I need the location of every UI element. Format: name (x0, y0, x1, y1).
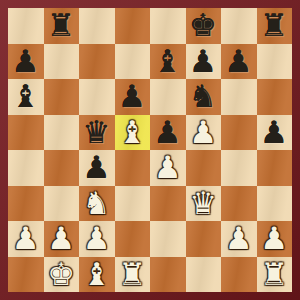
square-d5[interactable]: ♝ (115, 115, 151, 151)
square-a1[interactable] (8, 257, 44, 293)
white-bishop-piece[interactable]: ♝ (83, 257, 111, 293)
square-e1[interactable] (150, 257, 186, 293)
square-g5[interactable] (221, 115, 257, 151)
square-c5[interactable]: ♛ (79, 115, 115, 151)
white-pawn-piece[interactable]: ♟ (12, 221, 40, 257)
square-g2[interactable]: ♟ (221, 221, 257, 257)
black-knight-piece[interactable]: ♞ (189, 79, 217, 115)
square-h5[interactable]: ♟ (257, 115, 293, 151)
square-h1[interactable]: ♜ (257, 257, 293, 293)
square-f7[interactable]: ♟ (186, 44, 222, 80)
white-rook-piece[interactable]: ♜ (118, 257, 146, 293)
chess-board-frame: ♜♚♜♟♝♟♟♝♟♞♛♝♟♟♟♟♟♞♛♟♟♟♟♟♚♝♜♜ (0, 0, 300, 300)
black-pawn-piece[interactable]: ♟ (118, 79, 146, 115)
square-c8[interactable] (79, 8, 115, 44)
white-knight-piece[interactable]: ♞ (83, 186, 111, 222)
square-d8[interactable] (115, 8, 151, 44)
square-f4[interactable] (186, 150, 222, 186)
white-pawn-piece[interactable]: ♟ (47, 221, 75, 257)
black-pawn-piece[interactable]: ♟ (260, 115, 288, 151)
square-b5[interactable] (44, 115, 80, 151)
square-h6[interactable] (257, 79, 293, 115)
square-b4[interactable] (44, 150, 80, 186)
black-bishop-piece[interactable]: ♝ (154, 44, 182, 80)
square-e6[interactable] (150, 79, 186, 115)
square-e8[interactable] (150, 8, 186, 44)
black-pawn-piece[interactable]: ♟ (83, 150, 111, 186)
square-b6[interactable] (44, 79, 80, 115)
square-d6[interactable]: ♟ (115, 79, 151, 115)
square-b7[interactable] (44, 44, 80, 80)
square-d3[interactable] (115, 186, 151, 222)
square-h3[interactable] (257, 186, 293, 222)
black-rook-piece[interactable]: ♜ (260, 8, 288, 44)
black-bishop-piece[interactable]: ♝ (12, 79, 40, 115)
white-pawn-piece[interactable]: ♟ (260, 221, 288, 257)
white-pawn-piece[interactable]: ♟ (189, 115, 217, 151)
square-h8[interactable]: ♜ (257, 8, 293, 44)
square-f6[interactable]: ♞ (186, 79, 222, 115)
square-d4[interactable] (115, 150, 151, 186)
square-a7[interactable]: ♟ (8, 44, 44, 80)
square-e3[interactable] (150, 186, 186, 222)
square-a5[interactable] (8, 115, 44, 151)
white-pawn-piece[interactable]: ♟ (225, 221, 253, 257)
white-pawn-piece[interactable]: ♟ (154, 150, 182, 186)
square-g1[interactable] (221, 257, 257, 293)
square-g6[interactable] (221, 79, 257, 115)
square-h2[interactable]: ♟ (257, 221, 293, 257)
chess-board: ♜♚♜♟♝♟♟♝♟♞♛♝♟♟♟♟♟♞♛♟♟♟♟♟♚♝♜♜ (8, 8, 292, 292)
square-f2[interactable] (186, 221, 222, 257)
square-c2[interactable]: ♟ (79, 221, 115, 257)
black-pawn-piece[interactable]: ♟ (189, 44, 217, 80)
square-g8[interactable] (221, 8, 257, 44)
black-pawn-piece[interactable]: ♟ (12, 44, 40, 80)
square-d2[interactable] (115, 221, 151, 257)
square-e7[interactable]: ♝ (150, 44, 186, 80)
square-a8[interactable] (8, 8, 44, 44)
black-pawn-piece[interactable]: ♟ (154, 115, 182, 151)
black-rook-piece[interactable]: ♜ (47, 8, 75, 44)
white-bishop-piece[interactable]: ♝ (118, 115, 146, 151)
square-h7[interactable] (257, 44, 293, 80)
square-b2[interactable]: ♟ (44, 221, 80, 257)
square-e5[interactable]: ♟ (150, 115, 186, 151)
square-a4[interactable] (8, 150, 44, 186)
square-d7[interactable] (115, 44, 151, 80)
square-f8[interactable]: ♚ (186, 8, 222, 44)
square-a6[interactable]: ♝ (8, 79, 44, 115)
white-rook-piece[interactable]: ♜ (260, 257, 288, 293)
square-c1[interactable]: ♝ (79, 257, 115, 293)
square-e4[interactable]: ♟ (150, 150, 186, 186)
square-e2[interactable] (150, 221, 186, 257)
white-queen-piece[interactable]: ♛ (189, 186, 217, 222)
square-c4[interactable]: ♟ (79, 150, 115, 186)
square-a2[interactable]: ♟ (8, 221, 44, 257)
square-b3[interactable] (44, 186, 80, 222)
black-queen-piece[interactable]: ♛ (83, 115, 111, 151)
black-pawn-piece[interactable]: ♟ (225, 44, 253, 80)
square-g4[interactable] (221, 150, 257, 186)
square-h4[interactable] (257, 150, 293, 186)
square-c7[interactable] (79, 44, 115, 80)
square-a3[interactable] (8, 186, 44, 222)
square-c6[interactable] (79, 79, 115, 115)
square-g3[interactable] (221, 186, 257, 222)
square-f5[interactable]: ♟ (186, 115, 222, 151)
white-king-piece[interactable]: ♚ (47, 257, 75, 293)
square-b1[interactable]: ♚ (44, 257, 80, 293)
square-b8[interactable]: ♜ (44, 8, 80, 44)
square-g7[interactable]: ♟ (221, 44, 257, 80)
black-king-piece[interactable]: ♚ (189, 8, 217, 44)
white-pawn-piece[interactable]: ♟ (83, 221, 111, 257)
square-c3[interactable]: ♞ (79, 186, 115, 222)
square-f1[interactable] (186, 257, 222, 293)
square-d1[interactable]: ♜ (115, 257, 151, 293)
square-f3[interactable]: ♛ (186, 186, 222, 222)
